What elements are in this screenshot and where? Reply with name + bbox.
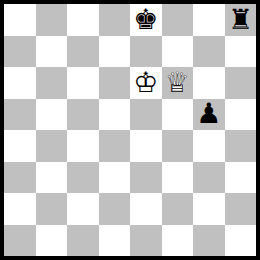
square-h8[interactable]: ♜ [225,4,257,36]
square-c4[interactable] [67,130,99,162]
square-h1[interactable] [225,225,257,257]
square-c3[interactable] [67,162,99,194]
square-g5[interactable]: ♟ [193,99,225,131]
square-f2[interactable] [162,193,194,225]
square-f5[interactable] [162,99,194,131]
square-g3[interactable] [193,162,225,194]
square-g6[interactable] [193,67,225,99]
square-c8[interactable] [67,4,99,36]
square-a7[interactable] [4,36,36,68]
square-f3[interactable] [162,162,194,194]
square-b3[interactable] [36,162,68,194]
square-f7[interactable] [162,36,194,68]
square-g2[interactable] [193,193,225,225]
square-b6[interactable] [36,67,68,99]
chess-board-frame: ♚♜♚♔♛♕♟ [0,0,260,260]
square-d3[interactable] [99,162,131,194]
square-d7[interactable] [99,36,131,68]
square-h3[interactable] [225,162,257,194]
square-h2[interactable] [225,193,257,225]
square-b4[interactable] [36,130,68,162]
square-c1[interactable] [67,225,99,257]
black-pawn: ♟ [196,100,221,128]
black-king: ♚ [133,6,158,34]
square-c2[interactable] [67,193,99,225]
white-queen: ♛♕ [165,69,190,97]
square-g7[interactable] [193,36,225,68]
square-a8[interactable] [4,4,36,36]
square-d8[interactable] [99,4,131,36]
square-a3[interactable] [4,162,36,194]
square-e4[interactable] [130,130,162,162]
square-e1[interactable] [130,225,162,257]
square-h6[interactable] [225,67,257,99]
square-c5[interactable] [67,99,99,131]
square-a5[interactable] [4,99,36,131]
square-f4[interactable] [162,130,194,162]
square-c6[interactable] [67,67,99,99]
square-d5[interactable] [99,99,131,131]
square-b2[interactable] [36,193,68,225]
square-d1[interactable] [99,225,131,257]
square-f6[interactable]: ♛♕ [162,67,194,99]
square-g8[interactable] [193,4,225,36]
square-g1[interactable] [193,225,225,257]
square-a1[interactable] [4,225,36,257]
square-h5[interactable] [225,99,257,131]
square-b1[interactable] [36,225,68,257]
square-e7[interactable] [130,36,162,68]
square-e2[interactable] [130,193,162,225]
square-b5[interactable] [36,99,68,131]
square-g4[interactable] [193,130,225,162]
square-a4[interactable] [4,130,36,162]
square-d4[interactable] [99,130,131,162]
square-e8[interactable]: ♚ [130,4,162,36]
square-d6[interactable] [99,67,131,99]
square-f1[interactable] [162,225,194,257]
square-c7[interactable] [67,36,99,68]
chess-board: ♚♜♚♔♛♕♟ [4,4,256,256]
white-king: ♚♔ [133,69,158,97]
square-d2[interactable] [99,193,131,225]
square-h7[interactable] [225,36,257,68]
square-f8[interactable] [162,4,194,36]
square-b7[interactable] [36,36,68,68]
square-b8[interactable] [36,4,68,36]
square-e6[interactable]: ♚♔ [130,67,162,99]
square-a6[interactable] [4,67,36,99]
square-h4[interactable] [225,130,257,162]
black-rook: ♜ [228,6,253,34]
square-a2[interactable] [4,193,36,225]
square-e3[interactable] [130,162,162,194]
square-e5[interactable] [130,99,162,131]
